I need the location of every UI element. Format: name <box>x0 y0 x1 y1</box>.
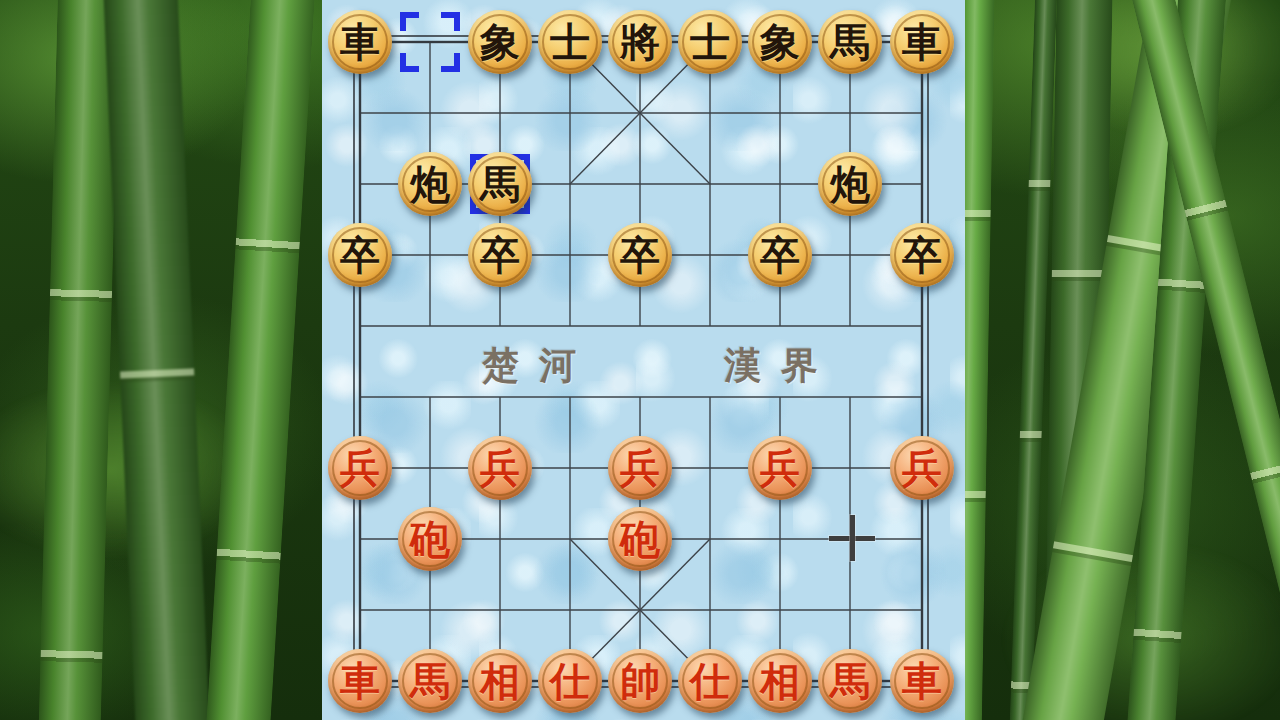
piece-black-soldier-1[interactable]: 卒 <box>328 223 392 287</box>
piece-glyph: 兵 <box>340 448 380 488</box>
piece-glyph: 相 <box>760 661 800 701</box>
piece-glyph: 車 <box>340 661 380 701</box>
piece-glyph: 象 <box>480 22 520 62</box>
piece-black-chariot-left[interactable]: 車 <box>328 10 392 74</box>
piece-glyph: 兵 <box>760 448 800 488</box>
piece-glyph: 相 <box>480 661 520 701</box>
piece-black-cannon-left[interactable]: 炮 <box>398 152 462 216</box>
piece-black-advisor-right[interactable]: 士 <box>678 10 742 74</box>
piece-glyph: 卒 <box>902 235 942 275</box>
piece-glyph: 卒 <box>620 235 660 275</box>
piece-glyph: 車 <box>340 22 380 62</box>
piece-red-general[interactable]: 帥 <box>608 649 672 713</box>
piece-glyph: 仕 <box>550 661 590 701</box>
piece-glyph: 卒 <box>480 235 520 275</box>
piece-black-soldier-5[interactable]: 卒 <box>890 223 954 287</box>
river-label-chu-he: 楚河 <box>482 341 596 391</box>
piece-glyph: 炮 <box>410 164 450 204</box>
piece-red-soldier-3[interactable]: 兵 <box>608 436 672 500</box>
piece-black-elephant-right[interactable]: 象 <box>748 10 812 74</box>
piece-glyph: 馬 <box>480 164 520 204</box>
piece-red-horse-right[interactable]: 馬 <box>818 649 882 713</box>
piece-glyph: 象 <box>760 22 800 62</box>
last-move-origin-marker <box>400 12 460 72</box>
piece-black-soldier-3[interactable]: 卒 <box>608 223 672 287</box>
piece-red-advisor-left[interactable]: 仕 <box>538 649 602 713</box>
piece-red-chariot-right[interactable]: 車 <box>890 649 954 713</box>
piece-red-elephant-left[interactable]: 相 <box>468 649 532 713</box>
piece-red-soldier-4[interactable]: 兵 <box>748 436 812 500</box>
mouse-cursor-crosshair <box>829 515 875 561</box>
piece-red-advisor-right[interactable]: 仕 <box>678 649 742 713</box>
piece-glyph: 卒 <box>340 235 380 275</box>
piece-glyph: 馬 <box>830 661 870 701</box>
piece-glyph: 兵 <box>480 448 520 488</box>
board-grid-lines <box>0 0 1280 720</box>
piece-black-horse-left[interactable]: 馬 <box>468 152 532 216</box>
piece-black-chariot-right[interactable]: 車 <box>890 10 954 74</box>
piece-glyph: 仕 <box>690 661 730 701</box>
piece-black-soldier-2[interactable]: 卒 <box>468 223 532 287</box>
piece-glyph: 兵 <box>620 448 660 488</box>
piece-black-elephant-left[interactable]: 象 <box>468 10 532 74</box>
piece-glyph: 兵 <box>902 448 942 488</box>
piece-glyph: 馬 <box>410 661 450 701</box>
piece-glyph: 砲 <box>410 519 450 559</box>
piece-red-cannon-left[interactable]: 砲 <box>398 507 462 571</box>
piece-glyph: 車 <box>902 661 942 701</box>
piece-red-chariot-left[interactable]: 車 <box>328 649 392 713</box>
piece-glyph: 帥 <box>620 661 660 701</box>
piece-red-cannon-center[interactable]: 砲 <box>608 507 672 571</box>
piece-glyph: 馬 <box>830 22 870 62</box>
piece-glyph: 士 <box>690 22 730 62</box>
piece-black-cannon-right[interactable]: 炮 <box>818 152 882 216</box>
river-label-han-jie: 漢界 <box>724 341 838 391</box>
game-screen: 楚河 漢界 車象士將士象馬車炮馬炮卒卒卒卒卒兵兵兵兵兵砲砲車馬相仕帥仕相馬車 <box>0 0 1280 720</box>
piece-black-general[interactable]: 將 <box>608 10 672 74</box>
piece-glyph: 將 <box>620 22 660 62</box>
piece-red-elephant-right[interactable]: 相 <box>748 649 812 713</box>
piece-glyph: 炮 <box>830 164 870 204</box>
piece-glyph: 卒 <box>760 235 800 275</box>
piece-glyph: 車 <box>902 22 942 62</box>
piece-red-horse-left[interactable]: 馬 <box>398 649 462 713</box>
piece-red-soldier-2[interactable]: 兵 <box>468 436 532 500</box>
piece-red-soldier-1[interactable]: 兵 <box>328 436 392 500</box>
piece-black-horse-right[interactable]: 馬 <box>818 10 882 74</box>
piece-red-soldier-5[interactable]: 兵 <box>890 436 954 500</box>
piece-glyph: 士 <box>550 22 590 62</box>
piece-black-advisor-left[interactable]: 士 <box>538 10 602 74</box>
piece-glyph: 砲 <box>620 519 660 559</box>
piece-black-soldier-4[interactable]: 卒 <box>748 223 812 287</box>
